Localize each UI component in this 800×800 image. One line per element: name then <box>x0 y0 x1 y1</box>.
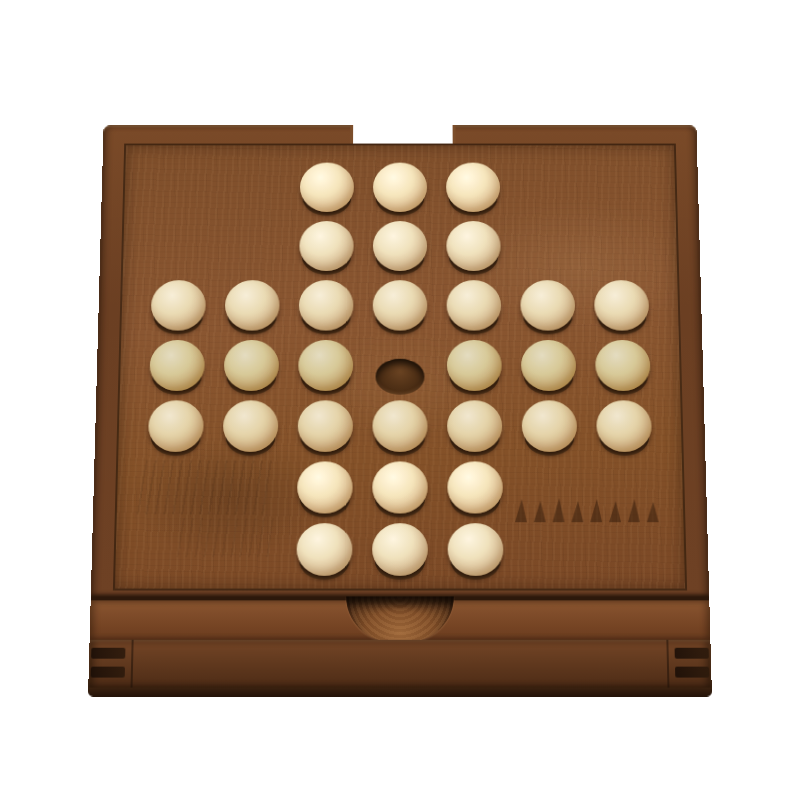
peg-r5c5[interactable] <box>447 400 502 451</box>
cell-r4c4 <box>363 337 437 397</box>
box-bottom-edge <box>88 688 712 697</box>
peg-r1c4[interactable] <box>373 163 427 212</box>
cell-r2c5 <box>437 218 511 277</box>
cell-r4c1 <box>139 337 214 397</box>
peg-r3c2[interactable] <box>225 280 280 330</box>
cell-r4c3 <box>288 337 363 397</box>
peg-r3c7[interactable] <box>594 280 649 330</box>
cell-r1c2 <box>217 160 291 218</box>
peg-r6c4[interactable] <box>372 461 427 513</box>
panel-seam <box>131 640 134 688</box>
peg-r3c6[interactable] <box>520 280 575 330</box>
cell-r3c4 <box>363 277 437 337</box>
scene <box>0 0 800 800</box>
peg-r2c3[interactable] <box>299 221 353 271</box>
cell-r5c3 <box>288 398 363 459</box>
box-top <box>91 125 709 596</box>
dovetail-joint-mark <box>91 667 125 678</box>
cell-r1c4 <box>363 160 436 218</box>
cell-r3c5 <box>437 277 511 337</box>
cell-r7c2 <box>211 520 287 582</box>
peg-r7c5[interactable] <box>448 523 504 576</box>
cell-r5c6 <box>512 398 588 459</box>
peg-r2c5[interactable] <box>446 221 500 271</box>
peg-r5c3[interactable] <box>298 400 353 451</box>
peg-r3c3[interactable] <box>299 280 354 330</box>
cell-r7c1 <box>135 520 212 582</box>
cell-r1c3 <box>290 160 363 218</box>
cell-r3c1 <box>141 277 216 337</box>
cell-r1c7 <box>582 160 656 218</box>
cell-r3c6 <box>511 277 586 337</box>
peg-r5c4[interactable] <box>372 400 427 451</box>
peg-board-grid <box>135 160 665 583</box>
cell-r2c7 <box>583 218 658 277</box>
box-front-top-edge <box>90 596 711 639</box>
cell-r5c7 <box>586 398 662 459</box>
peg-r7c3[interactable] <box>296 523 352 576</box>
cell-r1c5 <box>436 160 509 218</box>
peg-r2c4[interactable] <box>373 221 427 271</box>
cell-r4c5 <box>437 337 512 397</box>
cell-r5c2 <box>213 398 289 459</box>
peg-r6c5[interactable] <box>447 461 503 513</box>
cell-r4c2 <box>214 337 289 397</box>
peg-r5c7[interactable] <box>596 400 652 451</box>
cell-r6c4 <box>362 459 437 521</box>
cell-r7c5 <box>438 520 514 582</box>
cell-r3c3 <box>289 277 363 337</box>
panel-seam <box>666 640 669 688</box>
peg-r1c5[interactable] <box>446 163 500 212</box>
cell-r2c3 <box>289 218 363 277</box>
cell-r4c6 <box>511 337 586 397</box>
sliding-lid-board <box>113 144 687 591</box>
cell-r7c6 <box>513 520 589 582</box>
peg-r6c3[interactable] <box>297 461 353 513</box>
dovetail-joint-mark <box>675 667 709 678</box>
cell-r3c7 <box>584 277 659 337</box>
peg-r3c4[interactable] <box>373 280 428 330</box>
cell-r2c6 <box>510 218 584 277</box>
peg-r4c5[interactable] <box>447 340 502 391</box>
cell-r6c5 <box>437 459 513 521</box>
cell-r5c4 <box>363 398 438 459</box>
cell-r3c2 <box>215 277 290 337</box>
peg-solitaire-box <box>88 125 712 696</box>
peg-r4c6[interactable] <box>521 340 576 391</box>
cell-r4c7 <box>585 337 660 397</box>
peg-r4c7[interactable] <box>595 340 651 391</box>
cell-r7c7 <box>588 520 665 582</box>
box-front-panel <box>88 640 711 688</box>
peg-r7c4[interactable] <box>372 523 428 576</box>
cell-r2c2 <box>216 218 290 277</box>
cell-r7c4 <box>362 520 438 582</box>
cell-r2c1 <box>142 218 217 277</box>
cell-r7c3 <box>286 520 362 582</box>
cell-r6c6 <box>512 459 588 521</box>
peg-r1c3[interactable] <box>300 163 354 212</box>
cell-r2c4 <box>363 218 437 277</box>
peg-r4c3[interactable] <box>298 340 353 391</box>
peg-r5c6[interactable] <box>522 400 578 451</box>
dovetail-joint-mark <box>91 648 125 659</box>
peg-r3c5[interactable] <box>447 280 502 330</box>
cell-r6c3 <box>287 459 363 521</box>
cell-r5c5 <box>437 398 512 459</box>
peg-r5c2[interactable] <box>223 400 279 451</box>
cell-r1c6 <box>509 160 583 218</box>
hole-r4c4[interactable] <box>376 359 425 395</box>
cell-r6c1 <box>136 459 212 521</box>
cell-r6c2 <box>212 459 288 521</box>
cell-r6c7 <box>587 459 663 521</box>
cell-r5c1 <box>138 398 214 459</box>
dovetail-joint-mark <box>675 648 709 659</box>
finger-notch <box>346 596 454 641</box>
cell-r1c1 <box>144 160 218 218</box>
